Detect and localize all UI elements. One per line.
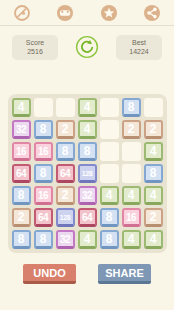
restart-button[interactable] <box>75 35 99 59</box>
tile-4: 4 <box>78 230 97 249</box>
tile-16: 16 <box>12 142 31 161</box>
tile-2: 2 <box>12 208 31 227</box>
toolbar-button-compass[interactable] <box>13 4 31 22</box>
tile-2: 2 <box>122 120 141 139</box>
empty-cell <box>100 164 119 183</box>
tile-128: 128 <box>78 164 97 183</box>
restart-icon <box>75 35 99 59</box>
empty-cell <box>100 142 119 161</box>
tile-64: 64 <box>56 164 75 183</box>
tile-4: 4 <box>144 186 163 205</box>
tile-8: 8 <box>122 98 141 117</box>
tile-4: 4 <box>144 142 163 161</box>
tile-8: 8 <box>56 142 75 161</box>
tile-64: 64 <box>12 164 31 183</box>
tile-2: 2 <box>144 208 163 227</box>
tile-32: 32 <box>56 230 75 249</box>
empty-cell <box>144 98 163 117</box>
tile-64: 64 <box>34 208 53 227</box>
tile-2: 2 <box>56 120 75 139</box>
empty-cell <box>100 98 119 117</box>
empty-cell <box>56 98 75 117</box>
empty-cell <box>122 142 141 161</box>
tile-8: 8 <box>34 120 53 139</box>
tile-8: 8 <box>144 164 163 183</box>
share-button[interactable]: SHARE <box>98 264 151 284</box>
tile-4: 4 <box>78 98 97 117</box>
tile-4: 4 <box>78 120 97 139</box>
toolbar-button-games[interactable] <box>56 4 74 22</box>
score-label: Score <box>26 38 44 47</box>
tile-2: 2 <box>144 120 163 139</box>
tile-32: 32 <box>12 120 31 139</box>
tile-128: 128 <box>56 208 75 227</box>
tile-8: 8 <box>34 230 53 249</box>
tile-4: 4 <box>100 186 119 205</box>
tile-16: 16 <box>122 208 141 227</box>
score-value: 2516 <box>27 47 43 56</box>
tile-4: 4 <box>122 186 141 205</box>
tile-2: 2 <box>56 186 75 205</box>
score-row: Score 2516 Best 14224 <box>0 34 174 60</box>
tile-8: 8 <box>12 230 31 249</box>
tile-8: 8 <box>100 230 119 249</box>
tile-32: 32 <box>78 186 97 205</box>
board-grid[interactable]: 4483282422161688464864128881623244426412… <box>8 94 167 253</box>
best-value: 14224 <box>129 47 148 56</box>
tile-8: 8 <box>12 186 31 205</box>
empty-cell <box>100 120 119 139</box>
score-box: Score 2516 <box>12 35 58 60</box>
gamepad-icon <box>56 4 74 22</box>
undo-button[interactable]: UNDO <box>23 264 76 284</box>
tile-64: 64 <box>78 208 97 227</box>
share-icon <box>143 4 161 22</box>
bottom-buttons: UNDO SHARE <box>0 264 174 284</box>
tile-4: 4 <box>122 230 141 249</box>
empty-cell <box>122 164 141 183</box>
best-box: Best 14224 <box>116 35 162 60</box>
tile-8: 8 <box>78 142 97 161</box>
empty-cell <box>34 98 53 117</box>
tile-8: 8 <box>100 208 119 227</box>
top-toolbar <box>0 0 174 26</box>
tile-8: 8 <box>34 164 53 183</box>
compass-icon <box>13 4 31 22</box>
tile-16: 16 <box>34 142 53 161</box>
toolbar-button-share[interactable] <box>143 4 161 22</box>
best-label: Best <box>132 38 146 47</box>
tile-4: 4 <box>144 230 163 249</box>
tile-16: 16 <box>34 186 53 205</box>
star-icon <box>100 4 118 22</box>
toolbar-button-rate[interactable] <box>100 4 118 22</box>
tile-4: 4 <box>12 98 31 117</box>
